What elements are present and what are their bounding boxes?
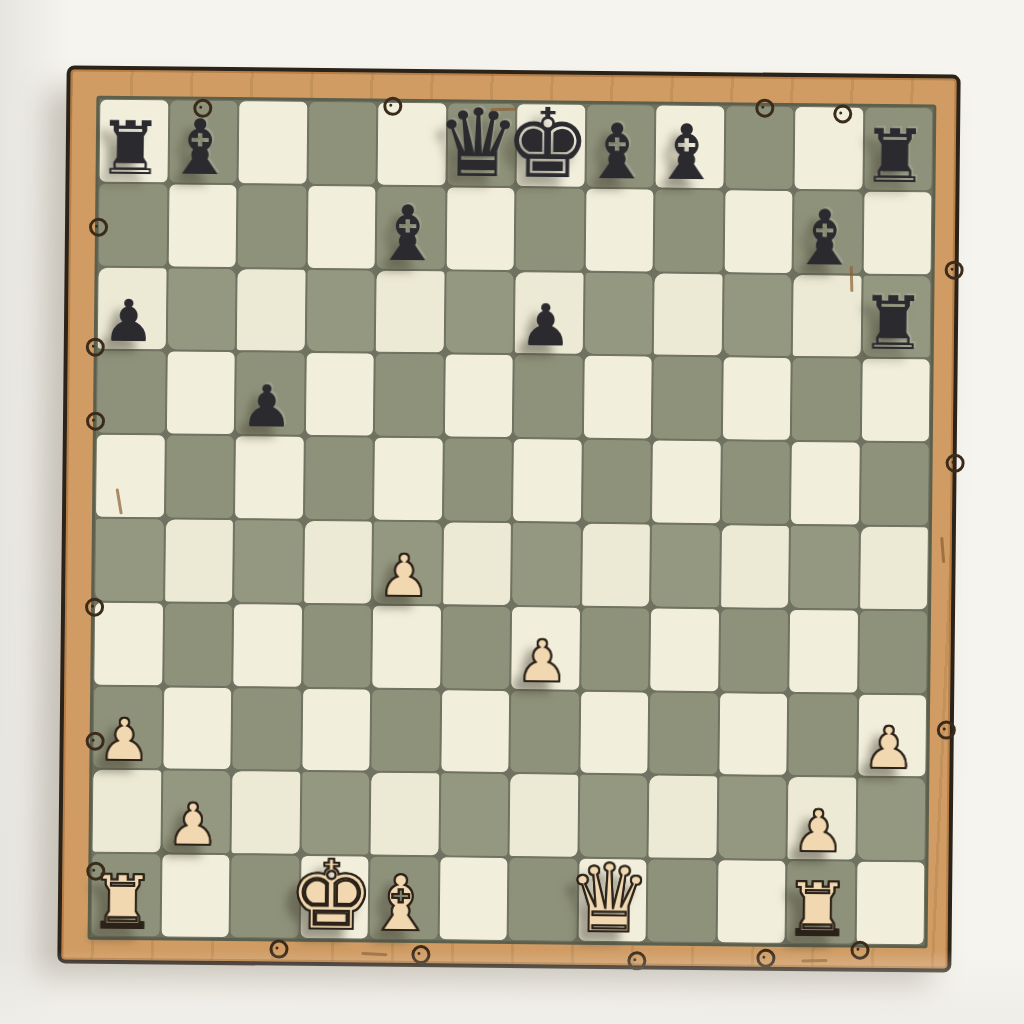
square-r6c1[interactable] xyxy=(94,518,164,603)
square-r4c2[interactable] xyxy=(165,351,235,436)
square-r10c2[interactable] xyxy=(160,854,230,939)
wood-scratch-mark xyxy=(850,266,854,292)
nail-icon xyxy=(411,945,430,964)
square-r6c9[interactable] xyxy=(650,523,720,608)
white-pawn[interactable]: ♟ xyxy=(167,796,220,855)
square-r4c1[interactable] xyxy=(96,350,166,435)
white-pawn[interactable]: ♟ xyxy=(98,711,151,770)
square-r8c3[interactable] xyxy=(231,687,301,772)
square-r3c2[interactable] xyxy=(166,267,236,352)
square-r9c12[interactable] xyxy=(856,777,926,862)
frame-nails-layer xyxy=(71,69,957,78)
square-r8c2[interactable] xyxy=(162,686,232,771)
square-r5c5[interactable] xyxy=(373,437,443,522)
nail-icon xyxy=(755,99,774,118)
square-r4c8[interactable] xyxy=(582,355,652,440)
white-pawn[interactable]: ♟ xyxy=(792,802,845,861)
white-bishop[interactable]: ♝ xyxy=(366,866,435,943)
square-r8c8[interactable] xyxy=(579,690,649,775)
black-king[interactable]: ♚ xyxy=(504,95,591,192)
nail-icon xyxy=(86,732,105,751)
square-r2c3[interactable] xyxy=(237,184,307,269)
square-r7c12[interactable] xyxy=(858,609,928,694)
square-r2c10[interactable] xyxy=(723,189,793,274)
square-r2c2[interactable] xyxy=(167,183,237,268)
square-r3c9[interactable] xyxy=(653,272,723,357)
square-r5c3[interactable] xyxy=(234,435,304,520)
square-r9c10[interactable] xyxy=(717,776,787,861)
nail-icon xyxy=(269,940,288,959)
square-r1c10[interactable] xyxy=(724,105,794,190)
nail-icon xyxy=(89,218,108,237)
square-r2c4[interactable] xyxy=(306,185,376,270)
square-r6c10[interactable] xyxy=(720,524,790,609)
square-r10c6[interactable] xyxy=(438,856,508,941)
illustration-scene: ♜♝♛♚♝♝♜♝♝♟♟♜♟♟♟♟♟♟♟♜♚♝♛♜ xyxy=(0,0,1024,1024)
white-queen[interactable]: ♛ xyxy=(567,852,652,947)
square-r5c4[interactable] xyxy=(303,436,373,521)
black-rook[interactable]: ♜ xyxy=(862,118,929,193)
square-r8c5[interactable] xyxy=(370,688,440,773)
square-r7c1[interactable] xyxy=(93,601,163,686)
square-r9c5[interactable] xyxy=(369,772,439,857)
square-r4c11[interactable] xyxy=(791,357,861,442)
wood-scratch-mark xyxy=(940,537,945,563)
nail-icon xyxy=(945,261,964,280)
square-r5c9[interactable] xyxy=(651,440,721,525)
white-pawn[interactable]: ♟ xyxy=(378,546,431,605)
nail-icon xyxy=(850,941,869,960)
square-r4c6[interactable] xyxy=(443,354,513,439)
nail-icon xyxy=(85,598,104,617)
square-r6c2[interactable] xyxy=(164,518,234,603)
square-r3c10[interactable] xyxy=(722,273,792,358)
square-r6c8[interactable] xyxy=(581,523,651,608)
square-r8c11[interactable] xyxy=(787,693,857,778)
nail-icon xyxy=(86,412,105,431)
nail-icon xyxy=(86,338,105,357)
square-r7c3[interactable] xyxy=(232,603,302,688)
black-bishop[interactable]: ♝ xyxy=(373,195,442,272)
white-pawn[interactable]: ♟ xyxy=(516,632,569,691)
black-rook[interactable]: ♜ xyxy=(97,110,164,185)
square-r4c5[interactable] xyxy=(374,353,444,438)
square-r4c9[interactable] xyxy=(652,356,722,441)
nail-icon xyxy=(937,720,956,739)
square-r4c10[interactable] xyxy=(721,357,791,442)
square-r5c6[interactable] xyxy=(442,437,512,522)
square-r10c10[interactable] xyxy=(716,859,786,944)
square-r8c9[interactable] xyxy=(648,691,718,776)
square-r5c7[interactable] xyxy=(512,438,582,523)
square-r6c4[interactable] xyxy=(303,520,373,605)
square-r10c9[interactable] xyxy=(647,859,717,944)
square-r5c2[interactable] xyxy=(164,435,234,520)
wood-scratch-mark xyxy=(490,108,516,112)
wood-scratch-mark xyxy=(801,959,827,963)
square-r7c11[interactable] xyxy=(788,609,858,694)
square-r6c3[interactable] xyxy=(233,519,303,604)
square-r10c12[interactable] xyxy=(855,861,925,946)
nail-icon xyxy=(833,104,852,123)
square-r6c11[interactable] xyxy=(789,525,859,610)
square-r6c7[interactable] xyxy=(511,522,581,607)
square-r7c10[interactable] xyxy=(719,608,789,693)
square-r8c10[interactable] xyxy=(718,692,788,777)
square-r5c1[interactable] xyxy=(95,434,165,519)
white-pawn[interactable]: ♟ xyxy=(863,719,916,778)
nail-icon xyxy=(86,862,105,881)
square-r6c12[interactable] xyxy=(859,526,929,611)
square-r2c8[interactable] xyxy=(584,188,654,273)
square-r9c9[interactable] xyxy=(647,775,717,860)
black-bishop[interactable]: ♝ xyxy=(166,109,235,186)
square-r7c6[interactable] xyxy=(441,605,511,690)
square-r2c12[interactable] xyxy=(862,190,932,275)
square-r8c6[interactable] xyxy=(440,689,510,774)
square-r1c4[interactable] xyxy=(307,101,377,186)
square-r1c11[interactable] xyxy=(793,106,863,191)
square-r5c10[interactable] xyxy=(720,440,790,525)
black-pawn[interactable]: ♟ xyxy=(102,292,155,351)
nail-icon xyxy=(627,951,646,970)
white-rook[interactable]: ♜ xyxy=(784,872,851,947)
square-r7c8[interactable] xyxy=(580,607,650,692)
square-r7c5[interactable] xyxy=(371,604,441,689)
black-pawn[interactable]: ♟ xyxy=(241,377,294,436)
black-bishop[interactable]: ♝ xyxy=(583,114,652,191)
square-r7c9[interactable] xyxy=(649,607,719,692)
square-r5c8[interactable] xyxy=(581,439,651,524)
square-r4c4[interactable] xyxy=(304,352,374,437)
black-bishop[interactable]: ♝ xyxy=(790,200,859,277)
wood-scratch-mark xyxy=(361,952,387,956)
chess-board-frame: ♜♝♛♚♝♝♜♝♝♟♟♜♟♟♟♟♟♟♟♜♚♝♛♜ xyxy=(57,65,960,972)
square-r6c6[interactable] xyxy=(442,521,512,606)
square-r8c4[interactable] xyxy=(301,687,371,772)
square-r4c7[interactable] xyxy=(513,354,583,439)
nail-icon xyxy=(383,97,402,116)
square-r3c5[interactable] xyxy=(375,269,445,354)
square-r3c6[interactable] xyxy=(444,270,514,355)
square-r2c1[interactable] xyxy=(98,182,168,267)
black-pawn[interactable]: ♟ xyxy=(519,296,572,355)
nail-icon xyxy=(756,949,775,968)
square-r1c3[interactable] xyxy=(237,100,307,185)
square-r7c4[interactable] xyxy=(302,604,372,689)
square-r3c3[interactable] xyxy=(236,268,306,353)
square-r3c4[interactable] xyxy=(305,268,375,353)
nail-icon xyxy=(193,99,212,118)
square-r9c1[interactable] xyxy=(91,769,161,854)
square-r8c7[interactable] xyxy=(509,690,579,775)
square-r2c9[interactable] xyxy=(654,188,724,273)
square-r5c11[interactable] xyxy=(790,441,860,526)
white-king[interactable]: ♚ xyxy=(288,847,375,944)
square-r7c2[interactable] xyxy=(163,602,233,687)
square-r3c8[interactable] xyxy=(583,271,653,356)
black-bishop[interactable]: ♝ xyxy=(652,114,721,191)
nail-icon xyxy=(946,454,965,473)
black-rook[interactable]: ♜ xyxy=(860,286,927,361)
square-r5c12[interactable] xyxy=(859,442,929,527)
square-r9c6[interactable] xyxy=(439,773,509,858)
square-r4c12[interactable] xyxy=(860,358,930,443)
